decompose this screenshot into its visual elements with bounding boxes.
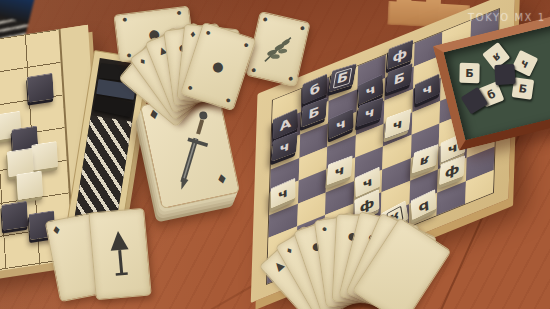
white-grid-tile[interactable] [16,170,43,200]
black-grid-tile[interactable] [27,73,54,103]
tile-glyph: А [279,114,291,133]
white-grid-tile[interactable] [31,141,58,171]
diamond-icon: ♦ [215,172,229,187]
diamond-icon: ♦ [285,246,295,257]
dot-icon: ● [322,226,327,232]
dot-icon: ● [122,17,127,22]
dot-icon: ● [225,97,231,103]
bottom-card-fan: ▲▲♦♦●●●●●●●●●●●●●●●● [235,195,460,309]
tile-glyph: Б [308,103,320,122]
tile-glyph: ф [445,161,461,181]
black-grid-tile[interactable] [1,201,28,231]
black-loose-tile[interactable] [494,64,515,85]
table-surface: ♦♦ ♠♦♦▲▲▲▲▲▲▲●●●♦♦●●●●● ●●●●● ●●●● бБфАБ… [0,0,550,309]
white-loose-tile[interactable]: Б [459,63,479,83]
tile-glyph: Б [518,82,528,96]
dot-icon: ● [187,85,193,91]
tile-glyph: ч [364,103,376,121]
tile-glyph: ч [336,115,346,134]
dot-icon: ● [251,67,256,73]
dot-icon: ● [177,10,182,15]
tile-glyph: ф [392,45,408,65]
tile-glyph: ч [334,161,345,180]
tile-glyph: ч [392,115,404,134]
leaf-icon [259,27,297,71]
tile-glyph: Б [333,67,353,89]
tile-glyph: Б [465,66,474,79]
dot-icon: ● [288,75,293,81]
dot-icon: ● [205,30,211,36]
diamond-icon: ♦ [189,31,197,40]
dot-icon: ● [263,17,268,23]
tile-glyph: б [485,87,497,102]
white-loose-tile[interactable]: ч [511,50,538,77]
tile-glyph: ч [279,138,290,157]
diamond-icon: ♦ [51,225,63,238]
tile-glyph: ч [362,173,373,192]
dot-icon: ● [243,42,249,48]
tile-glyph: ʁ [489,49,503,64]
tile-glyph: ч [365,80,376,99]
dot-icon: ● [211,58,226,74]
tile-glyph: б [309,80,320,99]
tile-glyph: Б [393,69,406,88]
tile-glyph: ч [422,80,433,99]
watermark: TOKYO MX 1 [468,12,546,23]
dot-icon: ● [300,25,305,31]
diamond-icon: ♦ [138,57,149,68]
card-arrow[interactable] [88,208,151,301]
tile-glyph: ч [519,56,531,71]
spade-arrow-icon [105,227,135,281]
tile-glyph: ʁ [419,150,430,168]
